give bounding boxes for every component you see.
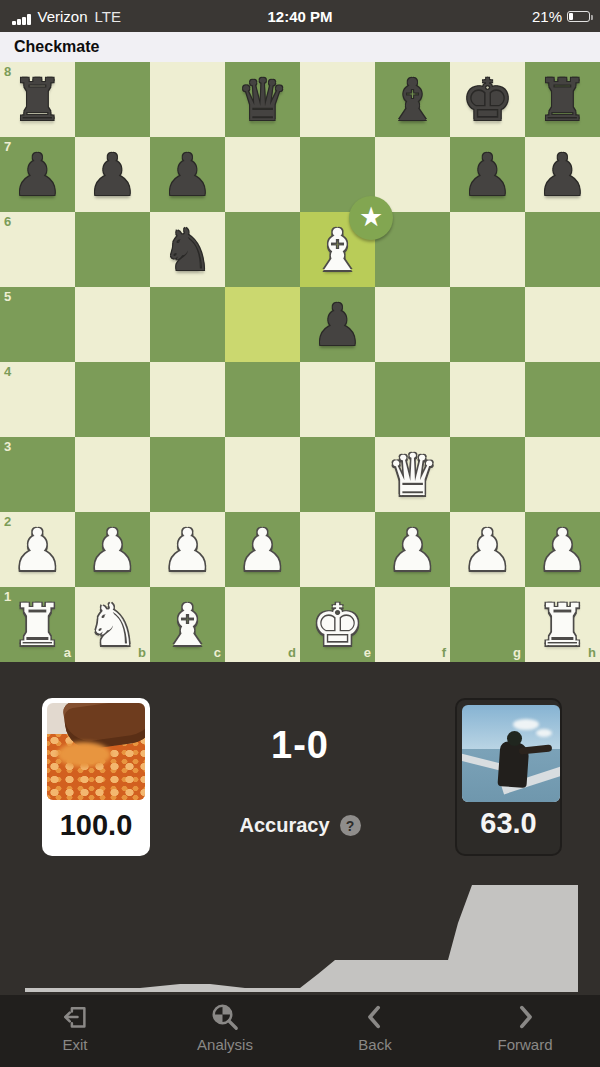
square-g3[interactable] xyxy=(450,437,525,512)
square-h2[interactable]: ♟ xyxy=(525,512,600,587)
square-e5[interactable]: ♟ xyxy=(300,287,375,362)
square-c3[interactable] xyxy=(150,437,225,512)
black-queen-d8: ♛ xyxy=(225,62,300,137)
black-rook-a8: ♜ xyxy=(0,62,75,137)
square-e3[interactable] xyxy=(300,437,375,512)
square-e8[interactable] xyxy=(300,62,375,137)
square-e1[interactable]: e♚ xyxy=(300,587,375,662)
file-label-c: c xyxy=(214,645,221,660)
square-h4[interactable] xyxy=(525,362,600,437)
star-icon: ★ xyxy=(359,195,383,239)
battery-percent-label: 21% xyxy=(532,8,562,25)
chess-board: 8♜♛♝♚♜7♟♟♟♟♟6♞♝5♟43♛2♟♟♟♟♟♟♟1a♜b♞c♝de♚fg… xyxy=(0,62,600,662)
rank-label-6: 6 xyxy=(4,214,11,229)
square-d8[interactable]: ♛ xyxy=(225,62,300,137)
chess-app-screen: Verizon LTE 12:40 PM 21% Checkmate 8♜♛♝♚… xyxy=(0,0,600,1067)
black-pawn-c7: ♟ xyxy=(150,137,225,212)
back-label: Back xyxy=(358,1036,391,1053)
black-accuracy-value: 63.0 xyxy=(457,807,560,840)
ios-status-bar: Verizon LTE 12:40 PM 21% xyxy=(0,0,600,32)
file-label-b: b xyxy=(138,645,146,660)
back-button[interactable]: Back xyxy=(300,995,450,1067)
black-pawn-e5: ♟ xyxy=(300,287,375,362)
accuracy-help-icon[interactable]: ? xyxy=(340,815,361,836)
black-bishop-f8: ♝ xyxy=(375,62,450,137)
square-f1[interactable]: f xyxy=(375,587,450,662)
rank-label-8: 8 xyxy=(4,64,11,79)
analysis-label: Analysis xyxy=(197,1036,253,1053)
black-player-avatar xyxy=(462,705,560,802)
square-b4[interactable] xyxy=(75,362,150,437)
rank-label-3: 3 xyxy=(4,439,11,454)
evaluation-graph-area xyxy=(25,885,578,992)
white-pawn-d2: ♟ xyxy=(225,512,300,587)
square-b8[interactable] xyxy=(75,62,150,137)
bottom-navigation-bar: Exit Analysis Back xyxy=(0,995,600,1067)
square-g4[interactable] xyxy=(450,362,525,437)
black-pawn-a7: ♟ xyxy=(0,137,75,212)
square-a5[interactable]: 5 xyxy=(0,287,75,362)
square-a7[interactable]: 7♟ xyxy=(0,137,75,212)
rank-label-7: 7 xyxy=(4,139,11,154)
white-queen-f3: ♛ xyxy=(375,437,450,512)
white-pawn-h2: ♟ xyxy=(525,512,600,587)
game-result-panel: 100.0 1-0 Accuracy ? 63.0 xyxy=(0,662,600,995)
square-e4[interactable] xyxy=(300,362,375,437)
square-c7[interactable]: ♟ xyxy=(150,137,225,212)
square-g6[interactable] xyxy=(450,212,525,287)
square-c8[interactable] xyxy=(150,62,225,137)
square-b1[interactable]: b♞ xyxy=(75,587,150,662)
square-f8[interactable]: ♝ xyxy=(375,62,450,137)
square-h3[interactable] xyxy=(525,437,600,512)
square-f4[interactable] xyxy=(375,362,450,437)
white-pawn-b2: ♟ xyxy=(75,512,150,587)
black-pawn-h7: ♟ xyxy=(525,137,600,212)
rank-label-2: 2 xyxy=(4,514,11,529)
battery-icon xyxy=(567,11,590,22)
accuracy-label: Accuracy xyxy=(239,814,329,837)
square-g7[interactable]: ♟ xyxy=(450,137,525,212)
page-title: Checkmate xyxy=(0,32,600,62)
rank-label-1: 1 xyxy=(4,589,11,604)
square-a8[interactable]: 8♜ xyxy=(0,62,75,137)
file-label-d: d xyxy=(288,645,296,660)
square-g8[interactable]: ♚ xyxy=(450,62,525,137)
square-d5[interactable] xyxy=(225,287,300,362)
file-label-g: g xyxy=(513,645,521,660)
clock-label: 12:40 PM xyxy=(0,8,600,25)
black-pawn-b7: ♟ xyxy=(75,137,150,212)
best-move-star-badge: ★ xyxy=(349,196,393,240)
square-a1[interactable]: 1a♜ xyxy=(0,587,75,662)
square-c2[interactable]: ♟ xyxy=(150,512,225,587)
square-h6[interactable] xyxy=(525,212,600,287)
black-rook-h8: ♜ xyxy=(525,62,600,137)
rank-label-4: 4 xyxy=(4,364,11,379)
square-c4[interactable] xyxy=(150,362,225,437)
square-h5[interactable] xyxy=(525,287,600,362)
file-label-a: a xyxy=(64,645,71,660)
square-f7[interactable] xyxy=(375,137,450,212)
chevron-left-icon xyxy=(360,1002,390,1032)
square-g5[interactable] xyxy=(450,287,525,362)
square-c5[interactable] xyxy=(150,287,225,362)
square-c6[interactable]: ♞ xyxy=(150,212,225,287)
square-a3[interactable]: 3 xyxy=(0,437,75,512)
square-f5[interactable] xyxy=(375,287,450,362)
chevron-right-icon xyxy=(510,1002,540,1032)
square-b7[interactable]: ♟ xyxy=(75,137,150,212)
analysis-button[interactable]: Analysis xyxy=(150,995,300,1067)
square-d3[interactable] xyxy=(225,437,300,512)
white-pawn-a2: ♟ xyxy=(0,512,75,587)
square-e2[interactable] xyxy=(300,512,375,587)
black-player-card[interactable]: 63.0 xyxy=(455,698,562,856)
square-h8[interactable]: ♜ xyxy=(525,62,600,137)
square-f3[interactable]: ♛ xyxy=(375,437,450,512)
square-b2[interactable]: ♟ xyxy=(75,512,150,587)
black-king-g8: ♚ xyxy=(450,62,525,137)
black-knight-c6: ♞ xyxy=(150,212,225,287)
square-d6[interactable] xyxy=(225,212,300,287)
square-h7[interactable]: ♟ xyxy=(525,137,600,212)
square-h1[interactable]: h♜ xyxy=(525,587,600,662)
game-status-title: Checkmate xyxy=(14,38,99,56)
exit-door-icon xyxy=(60,1002,90,1032)
square-d2[interactable]: ♟ xyxy=(225,512,300,587)
forward-button[interactable]: Forward xyxy=(450,995,600,1067)
exit-label: Exit xyxy=(62,1036,87,1053)
white-pawn-g2: ♟ xyxy=(450,512,525,587)
square-f2[interactable]: ♟ xyxy=(375,512,450,587)
analysis-magnifier-icon xyxy=(210,1002,240,1032)
file-label-h: h xyxy=(588,645,596,660)
white-pawn-c2: ♟ xyxy=(150,512,225,587)
black-pawn-g7: ♟ xyxy=(450,137,525,212)
square-b6[interactable] xyxy=(75,212,150,287)
square-a4[interactable]: 4 xyxy=(0,362,75,437)
square-a6[interactable]: 6 xyxy=(0,212,75,287)
exit-button[interactable]: Exit xyxy=(0,995,150,1067)
square-b5[interactable] xyxy=(75,287,150,362)
square-g2[interactable]: ♟ xyxy=(450,512,525,587)
forward-label: Forward xyxy=(497,1036,552,1053)
square-a2[interactable]: 2♟ xyxy=(0,512,75,587)
file-label-f: f xyxy=(442,645,446,660)
square-d4[interactable] xyxy=(225,362,300,437)
rank-label-5: 5 xyxy=(4,289,11,304)
square-d7[interactable] xyxy=(225,137,300,212)
white-pawn-f2: ♟ xyxy=(375,512,450,587)
square-d1[interactable]: d xyxy=(225,587,300,662)
square-g1[interactable]: g xyxy=(450,587,525,662)
square-c1[interactable]: c♝ xyxy=(150,587,225,662)
square-b3[interactable] xyxy=(75,437,150,512)
file-label-e: e xyxy=(364,645,371,660)
evaluation-graph[interactable] xyxy=(0,878,600,995)
